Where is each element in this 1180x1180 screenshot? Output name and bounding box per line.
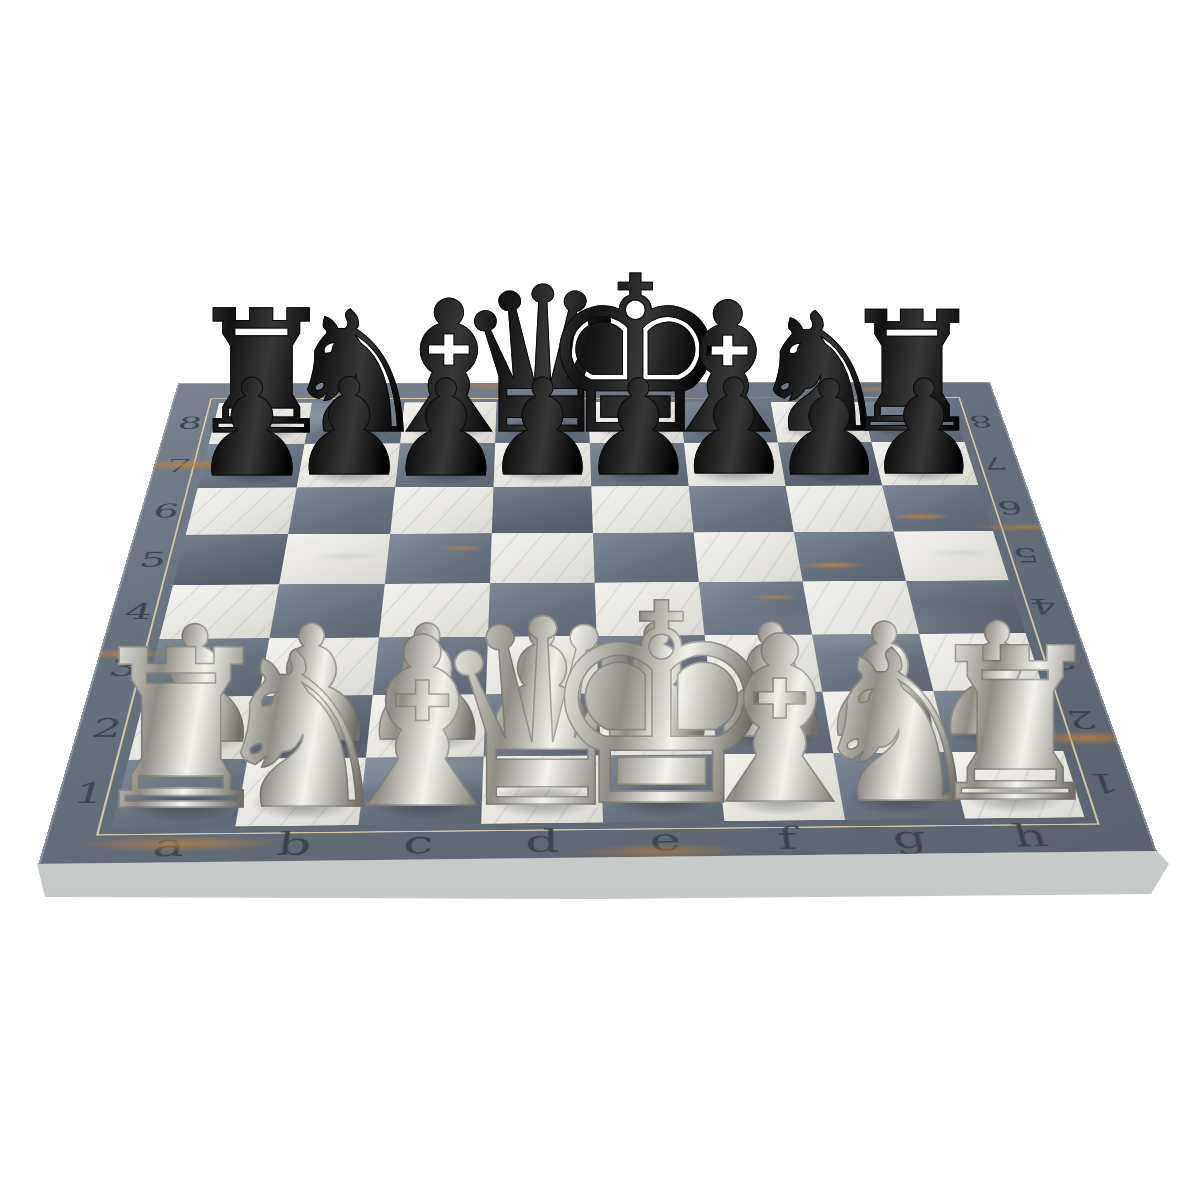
piece-black-pawn-h7[interactable]: ♟ [859, 363, 990, 494]
square-h5[interactable] [894, 531, 1009, 581]
chess-set-photo: abcdefgh 87654321 87654321 ♜♞♝♛♚♝♞♜♟♟♟♟♟… [0, 0, 1180, 1180]
square-b5[interactable] [279, 534, 390, 585]
square-a5[interactable] [173, 534, 288, 585]
square-g5[interactable] [794, 532, 906, 582]
piece-white-rook-h1[interactable]: ♜ [909, 620, 1121, 832]
